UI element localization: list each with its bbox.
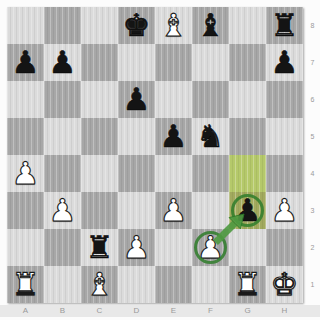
square-d5[interactable]: [118, 118, 155, 155]
square-f5[interactable]: ♞︎: [192, 118, 229, 155]
square-c5[interactable]: [81, 118, 118, 155]
file-coordinate-strip: ABCDEFGH: [0, 305, 320, 317]
square-b2[interactable]: [44, 229, 81, 266]
square-d6[interactable]: ♟︎: [118, 81, 155, 118]
square-g6[interactable]: [229, 81, 266, 118]
piece-white-pawn[interactable]: ♟︎: [160, 195, 188, 226]
square-c6[interactable]: [81, 81, 118, 118]
square-b4[interactable]: [44, 155, 81, 192]
piece-white-pawn[interactable]: ♟︎: [271, 195, 299, 226]
square-a1[interactable]: ♜︎: [7, 266, 44, 303]
square-f1[interactable]: [192, 266, 229, 303]
piece-black-pawn[interactable]: ♟︎: [123, 84, 151, 115]
square-f2[interactable]: ♟︎: [192, 229, 229, 266]
square-a7[interactable]: ♟︎: [7, 44, 44, 81]
square-d8[interactable]: ♚︎: [118, 7, 155, 44]
square-g2[interactable]: [229, 229, 266, 266]
square-e7[interactable]: [155, 44, 192, 81]
file-label-a: A: [7, 306, 44, 315]
square-h2[interactable]: [266, 229, 303, 266]
piece-black-pawn[interactable]: ♟︎: [12, 47, 40, 78]
square-d3[interactable]: [118, 192, 155, 229]
square-g7[interactable]: [229, 44, 266, 81]
square-a3[interactable]: [7, 192, 44, 229]
piece-white-rook[interactable]: ♜︎: [12, 269, 40, 300]
square-d7[interactable]: [118, 44, 155, 81]
rank-label-4: 4: [306, 155, 319, 192]
square-d1[interactable]: [118, 266, 155, 303]
square-h7[interactable]: ♟︎: [266, 44, 303, 81]
square-e8[interactable]: ♝︎: [155, 7, 192, 44]
piece-white-bishop[interactable]: ♝︎: [160, 10, 188, 41]
square-b7[interactable]: ♟︎: [44, 44, 81, 81]
file-label-b: B: [44, 306, 81, 315]
piece-black-king[interactable]: ♚︎: [123, 10, 151, 41]
rank-label-2: 2: [306, 229, 319, 266]
rank-label-1: 1: [306, 266, 319, 303]
square-g4[interactable]: [229, 155, 266, 192]
piece-black-rook[interactable]: ♜︎: [86, 232, 114, 263]
square-e5[interactable]: ♟︎: [155, 118, 192, 155]
square-c3[interactable]: [81, 192, 118, 229]
piece-white-bishop[interactable]: ♝︎: [86, 269, 114, 300]
piece-white-rook[interactable]: ♜︎: [234, 269, 262, 300]
square-f7[interactable]: [192, 44, 229, 81]
rank-label-5: 5: [306, 118, 319, 155]
rank-label-7: 7: [306, 44, 319, 81]
square-e6[interactable]: [155, 81, 192, 118]
piece-black-knight[interactable]: ♞︎: [197, 121, 225, 152]
chess-board: ♚︎♝︎♝︎♜︎♟︎♟︎♟︎♟︎♟︎♞︎♟︎♟︎♟︎♟︎♟︎♜︎♟︎♟︎♜︎♝︎…: [7, 7, 303, 303]
piece-black-pawn[interactable]: ♟︎: [234, 195, 262, 226]
square-f6[interactable]: [192, 81, 229, 118]
square-b5[interactable]: [44, 118, 81, 155]
square-g5[interactable]: [229, 118, 266, 155]
square-d2[interactable]: ♟︎: [118, 229, 155, 266]
square-f8[interactable]: ♝︎: [192, 7, 229, 44]
square-e1[interactable]: [155, 266, 192, 303]
square-e2[interactable]: [155, 229, 192, 266]
square-h8[interactable]: ♜︎: [266, 7, 303, 44]
piece-white-king[interactable]: ♚︎: [271, 269, 299, 300]
square-b6[interactable]: [44, 81, 81, 118]
square-f4[interactable]: [192, 155, 229, 192]
file-label-d: D: [118, 306, 155, 315]
piece-white-pawn[interactable]: ♟︎: [123, 232, 151, 263]
square-h5[interactable]: [266, 118, 303, 155]
piece-black-pawn[interactable]: ♟︎: [160, 121, 188, 152]
piece-black-bishop[interactable]: ♝︎: [197, 10, 225, 41]
square-g8[interactable]: [229, 7, 266, 44]
square-g3[interactable]: ♟︎: [229, 192, 266, 229]
piece-white-pawn[interactable]: ♟︎: [197, 232, 225, 263]
file-label-e: E: [155, 306, 192, 315]
rank-label-6: 6: [306, 81, 319, 118]
square-a2[interactable]: [7, 229, 44, 266]
piece-black-pawn[interactable]: ♟︎: [271, 47, 299, 78]
square-b1[interactable]: [44, 266, 81, 303]
square-c2[interactable]: ♜︎: [81, 229, 118, 266]
square-h3[interactable]: ♟︎: [266, 192, 303, 229]
file-label-c: C: [81, 306, 118, 315]
rank-label-3: 3: [306, 192, 319, 229]
square-d4[interactable]: [118, 155, 155, 192]
square-e3[interactable]: ♟︎: [155, 192, 192, 229]
square-h6[interactable]: [266, 81, 303, 118]
file-label-f: F: [192, 306, 229, 315]
piece-black-rook[interactable]: ♜︎: [271, 10, 299, 41]
file-label-g: G: [229, 306, 266, 315]
square-a6[interactable]: [7, 81, 44, 118]
square-c8[interactable]: [81, 7, 118, 44]
square-c1[interactable]: ♝︎: [81, 266, 118, 303]
square-c4[interactable]: [81, 155, 118, 192]
square-a5[interactable]: [7, 118, 44, 155]
square-b8[interactable]: [44, 7, 81, 44]
square-g1[interactable]: ♜︎: [229, 266, 266, 303]
rank-label-8: 8: [306, 7, 319, 44]
square-c7[interactable]: [81, 44, 118, 81]
piece-white-pawn[interactable]: ♟︎: [12, 158, 40, 189]
file-label-h: H: [266, 306, 303, 315]
board-grid: ♚︎♝︎♝︎♜︎♟︎♟︎♟︎♟︎♟︎♞︎♟︎♟︎♟︎♟︎♟︎♜︎♟︎♟︎♜︎♝︎…: [7, 7, 303, 303]
piece-black-pawn[interactable]: ♟︎: [49, 47, 77, 78]
square-b3[interactable]: ♟︎: [44, 192, 81, 229]
square-a8[interactable]: [7, 7, 44, 44]
square-a4[interactable]: ♟︎: [7, 155, 44, 192]
square-h1[interactable]: ♚︎: [266, 266, 303, 303]
square-f3[interactable]: [192, 192, 229, 229]
piece-white-pawn[interactable]: ♟︎: [49, 195, 77, 226]
square-h4[interactable]: [266, 155, 303, 192]
square-e4[interactable]: [155, 155, 192, 192]
